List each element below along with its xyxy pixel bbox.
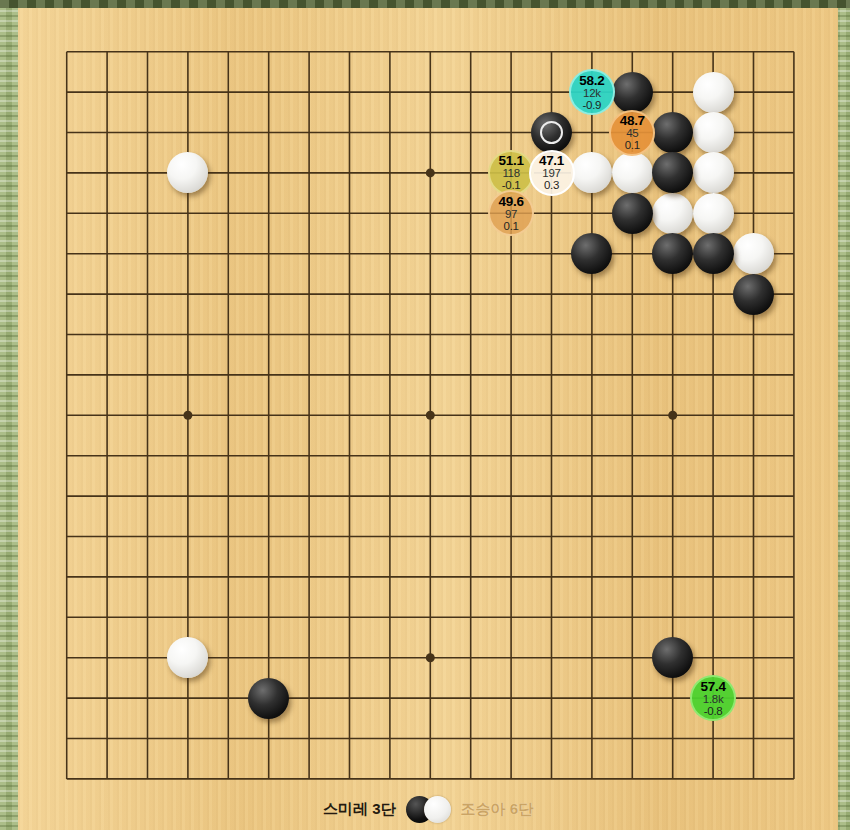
visits-value: 1.8k: [703, 693, 724, 705]
score-value: -0.8: [704, 705, 723, 717]
winrate-value: 58.2: [579, 74, 604, 87]
winrate-value: 47.1: [539, 154, 564, 167]
stone-white[interactable]: [612, 152, 653, 193]
visits-value: 45: [626, 127, 638, 139]
winrate-value: 57.4: [701, 680, 726, 693]
score-value: 0.1: [504, 220, 519, 232]
analysis-label[interactable]: 57.41.8k-0.8: [690, 675, 736, 721]
stone-white[interactable]: [693, 72, 734, 113]
stone-white[interactable]: [693, 112, 734, 153]
analysis-label[interactable]: 47.11970.3: [529, 150, 575, 196]
black-player-label: 스미레 3단: [323, 800, 396, 819]
top-border-band: [0, 0, 850, 8]
stone-black[interactable]: [248, 678, 289, 719]
stone-black[interactable]: [531, 112, 572, 153]
analysis-label[interactable]: 58.212k-0.9: [569, 69, 615, 115]
stone-black[interactable]: [693, 233, 734, 274]
page: { "game": "go", "app_context": "Go game …: [0, 0, 850, 830]
visits-value: 97: [505, 208, 517, 220]
stone-black[interactable]: [733, 274, 774, 315]
stone-white[interactable]: [733, 233, 774, 274]
stone-white[interactable]: [693, 193, 734, 234]
player-bar: 스미레 3단 조승아 6단: [18, 796, 838, 823]
score-value: 0.3: [544, 179, 559, 191]
visits-value: 197: [542, 167, 560, 179]
stone-white[interactable]: [693, 152, 734, 193]
winrate-value: 49.6: [499, 195, 524, 208]
stone-black[interactable]: [612, 72, 653, 113]
analysis-label[interactable]: 51.1118-0.1: [488, 150, 534, 196]
score-value: -0.9: [583, 99, 602, 111]
winrate-value: 48.7: [620, 114, 645, 127]
stone-white[interactable]: [652, 193, 693, 234]
visits-value: 118: [502, 167, 519, 179]
player-color-indicator: [406, 796, 451, 823]
last-move-marker-icon: [540, 121, 563, 144]
white-player-label: 조승아 6단: [461, 800, 534, 819]
score-value: 0.1: [625, 139, 640, 151]
winrate-value: 51.1: [499, 154, 524, 167]
go-board[interactable]: 58.212k-0.948.7450.151.1118-0.147.11970.…: [18, 8, 838, 830]
analysis-label[interactable]: 48.7450.1: [609, 110, 655, 156]
stone-black[interactable]: [652, 112, 693, 153]
visits-value: 12k: [583, 87, 601, 99]
stone-black[interactable]: [612, 193, 653, 234]
white-stone-icon: [424, 796, 451, 823]
